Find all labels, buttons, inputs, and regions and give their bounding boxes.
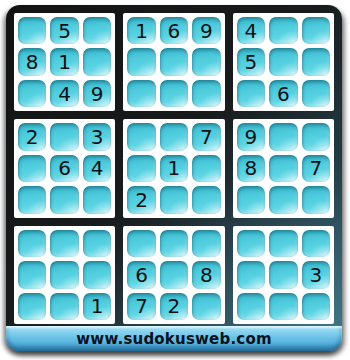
cell-r6c4[interactable]: 2 <box>127 186 155 213</box>
cell-r3c2[interactable]: 4 <box>50 80 78 107</box>
site-url: www.sudokusweb.com <box>76 330 271 348</box>
cell-r7c9[interactable] <box>302 230 330 257</box>
cell-r2c8[interactable] <box>269 48 297 75</box>
cell-r9c5[interactable]: 2 <box>160 293 188 320</box>
cell-r7c5[interactable] <box>160 230 188 257</box>
cell-r4c4[interactable] <box>127 123 155 150</box>
box-2-3: 987 <box>233 119 334 217</box>
cell-r3c1[interactable] <box>18 80 46 107</box>
cell-r8c3[interactable] <box>83 261 111 288</box>
cell-r2c3[interactable] <box>83 48 111 75</box>
cell-r2c2[interactable]: 1 <box>50 48 78 75</box>
cell-r9c7[interactable] <box>237 293 265 320</box>
cell-r7c7[interactable] <box>237 230 265 257</box>
cell-r8c5[interactable] <box>160 261 188 288</box>
cell-r8c8[interactable] <box>269 261 297 288</box>
sudoku-page: 581491694562364712987168723 www.sudokusw… <box>0 0 350 360</box>
cell-r8c2[interactable] <box>50 261 78 288</box>
cell-r3c3[interactable]: 9 <box>83 80 111 107</box>
cell-r4c6[interactable]: 7 <box>192 123 220 150</box>
cell-r7c4[interactable] <box>127 230 155 257</box>
cell-r5c4[interactable] <box>127 155 155 182</box>
cell-r6c5[interactable] <box>160 186 188 213</box>
cell-r3c8[interactable]: 6 <box>269 80 297 107</box>
cell-r6c7[interactable] <box>237 186 265 213</box>
cell-r1c9[interactable] <box>302 17 330 44</box>
cell-r8c9[interactable]: 3 <box>302 261 330 288</box>
sudoku-board-frame: 581491694562364712987168723 www.sudokusw… <box>6 5 342 351</box>
cell-r1c4[interactable]: 1 <box>127 17 155 44</box>
cell-r2c6[interactable] <box>192 48 220 75</box>
cell-r4c2[interactable] <box>50 123 78 150</box>
box-1-1: 58149 <box>14 13 115 111</box>
cell-r6c2[interactable] <box>50 186 78 213</box>
box-1-3: 456 <box>233 13 334 111</box>
cell-r3c7[interactable] <box>237 80 265 107</box>
cell-r6c8[interactable] <box>269 186 297 213</box>
cell-r1c8[interactable] <box>269 17 297 44</box>
cell-r2c1[interactable]: 8 <box>18 48 46 75</box>
cell-r7c2[interactable] <box>50 230 78 257</box>
cell-r5c1[interactable] <box>18 155 46 182</box>
cell-r5c2[interactable]: 6 <box>50 155 78 182</box>
box-1-2: 169 <box>123 13 224 111</box>
cell-r9c3[interactable]: 1 <box>83 293 111 320</box>
cell-r4c8[interactable] <box>269 123 297 150</box>
cell-r4c9[interactable] <box>302 123 330 150</box>
footer-bar: www.sudokusweb.com <box>6 326 342 351</box>
cell-r9c1[interactable] <box>18 293 46 320</box>
cell-r5c3[interactable]: 4 <box>83 155 111 182</box>
cell-r5c5[interactable]: 1 <box>160 155 188 182</box>
cell-r1c2[interactable]: 5 <box>50 17 78 44</box>
cell-r9c6[interactable] <box>192 293 220 320</box>
cell-r1c1[interactable] <box>18 17 46 44</box>
cell-r3c6[interactable] <box>192 80 220 107</box>
cell-r7c6[interactable] <box>192 230 220 257</box>
cell-r8c7[interactable] <box>237 261 265 288</box>
box-3-2: 6872 <box>123 226 224 324</box>
cell-r7c3[interactable] <box>83 230 111 257</box>
cell-r2c4[interactable] <box>127 48 155 75</box>
cell-r9c8[interactable] <box>269 293 297 320</box>
cell-r1c3[interactable] <box>83 17 111 44</box>
box-2-1: 2364 <box>14 119 115 217</box>
cell-r8c6[interactable]: 8 <box>192 261 220 288</box>
cell-r3c5[interactable] <box>160 80 188 107</box>
cell-r6c3[interactable] <box>83 186 111 213</box>
box-3-1: 1 <box>14 226 115 324</box>
cell-r2c5[interactable] <box>160 48 188 75</box>
cell-r1c5[interactable]: 6 <box>160 17 188 44</box>
cell-r4c7[interactable]: 9 <box>237 123 265 150</box>
cell-r6c6[interactable] <box>192 186 220 213</box>
cell-r3c4[interactable] <box>127 80 155 107</box>
cell-r5c7[interactable]: 8 <box>237 155 265 182</box>
cell-r9c2[interactable] <box>50 293 78 320</box>
cell-r3c9[interactable] <box>302 80 330 107</box>
cell-r4c5[interactable] <box>160 123 188 150</box>
cell-r6c9[interactable] <box>302 186 330 213</box>
cell-r2c9[interactable] <box>302 48 330 75</box>
cell-r5c6[interactable] <box>192 155 220 182</box>
cell-r9c9[interactable] <box>302 293 330 320</box>
cell-r2c7[interactable]: 5 <box>237 48 265 75</box>
cell-r7c1[interactable] <box>18 230 46 257</box>
cell-r4c1[interactable]: 2 <box>18 123 46 150</box>
box-3-3: 3 <box>233 226 334 324</box>
cell-r1c7[interactable]: 4 <box>237 17 265 44</box>
cell-r8c1[interactable] <box>18 261 46 288</box>
cell-r7c8[interactable] <box>269 230 297 257</box>
cell-r1c6[interactable]: 9 <box>192 17 220 44</box>
cell-r8c4[interactable]: 6 <box>127 261 155 288</box>
box-2-2: 712 <box>123 119 224 217</box>
cell-r5c9[interactable]: 7 <box>302 155 330 182</box>
sudoku-grid: 581491694562364712987168723 <box>14 13 334 324</box>
cell-r9c4[interactable]: 7 <box>127 293 155 320</box>
cell-r6c1[interactable] <box>18 186 46 213</box>
cell-r5c8[interactable] <box>269 155 297 182</box>
cell-r4c3[interactable]: 3 <box>83 123 111 150</box>
